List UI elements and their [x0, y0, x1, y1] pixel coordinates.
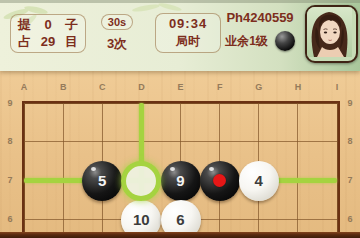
byoyomi-periods: 3次	[99, 35, 135, 53]
stone-black-C7: 5	[82, 161, 122, 201]
col-label-C: C	[92, 82, 112, 92]
last-move-marker	[213, 174, 226, 187]
grid-line-col-A	[24, 103, 25, 238]
black-stone-icon	[275, 31, 295, 51]
col-label-F: F	[210, 82, 230, 92]
move-number: 9	[176, 172, 184, 189]
row-label-right-6: 6	[343, 214, 357, 225]
move-number: 5	[98, 172, 106, 189]
player-rank-row: 业余1级	[214, 31, 306, 51]
move-number: 6	[176, 211, 184, 228]
avatar-portrait	[307, 7, 352, 57]
row-label-right-8: 8	[343, 136, 357, 147]
grid-line-col-B	[63, 103, 64, 238]
row-label-left-6: 6	[3, 214, 17, 225]
byoyomi-column: 30s 3次	[99, 12, 135, 53]
stone-white-G7: 4	[239, 161, 279, 201]
col-label-I: I	[327, 82, 347, 92]
go-app-screen: ABCDEFGHI99887766 594106 提 0 子 占 29 目 30…	[0, 0, 360, 238]
stone-black-F7	[200, 161, 240, 201]
board-bottom-edge	[0, 232, 360, 238]
player-rank: 业余1级	[225, 33, 268, 50]
grid-line-row-8	[24, 141, 337, 142]
go-board[interactable]: 594106	[24, 103, 337, 238]
captures-row: 提 0 子	[18, 18, 78, 32]
player-info: Ph4240559 业余1级	[214, 10, 306, 51]
territory-value: 29	[41, 35, 55, 49]
game-clock-box: 09:34 局时	[155, 13, 221, 53]
game-clock: 09:34	[156, 16, 220, 31]
byoyomi-timer: 30s	[101, 14, 133, 30]
player-avatar[interactable]	[305, 5, 358, 63]
placement-cursor[interactable]	[121, 161, 161, 201]
row-label-left-9: 9	[3, 98, 17, 109]
captures-label-suffix: 子	[65, 18, 78, 32]
row-label-right-9: 9	[343, 98, 357, 109]
col-label-G: G	[249, 82, 269, 92]
grid-line-col-I	[337, 103, 338, 238]
row-label-left-8: 8	[3, 136, 17, 147]
territory-row: 占 29 目	[18, 35, 78, 49]
row-label-left-7: 7	[3, 175, 17, 186]
col-label-B: B	[53, 82, 73, 92]
top-hud-bar: 提 0 子 占 29 目 30s 3次 09:34 局时 Ph4240559 业…	[0, 0, 360, 71]
col-label-A: A	[14, 82, 34, 92]
move-number: 4	[255, 172, 263, 189]
capture-territory-box: 提 0 子 占 29 目	[10, 14, 86, 53]
col-label-H: H	[288, 82, 308, 92]
row-label-right-7: 7	[343, 175, 357, 186]
col-label-E: E	[171, 82, 191, 92]
player-name: Ph4240559	[214, 10, 306, 25]
captures-label-prefix: 提	[18, 18, 31, 32]
grid-line-row-9	[24, 103, 337, 104]
game-clock-label: 局时	[156, 33, 220, 50]
captures-value: 0	[44, 18, 51, 32]
col-label-D: D	[131, 82, 151, 92]
move-number: 10	[133, 211, 150, 228]
grid-line-col-H	[297, 103, 298, 238]
territory-label-prefix: 占	[18, 35, 31, 49]
territory-label-suffix: 目	[65, 35, 78, 49]
stone-black-E7: 9	[161, 161, 201, 201]
